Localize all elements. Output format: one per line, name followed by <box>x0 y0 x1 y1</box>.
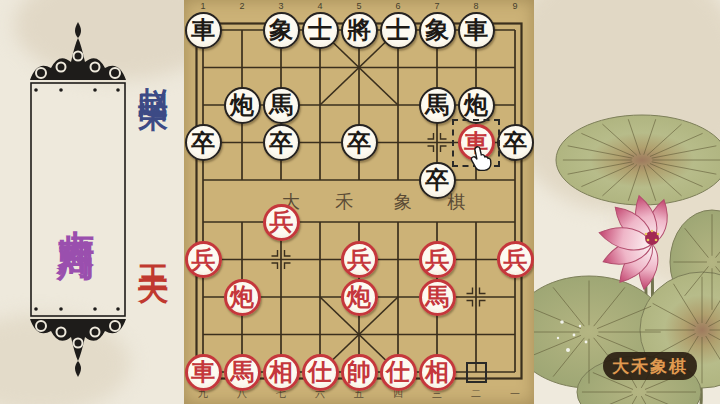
match-title: 大师对局 <box>28 112 122 308</box>
piece-black-general[interactable]: 將 <box>341 12 378 49</box>
pieces-layer: 車象士將士象車炮馬馬炮卒卒卒卒卒車兵兵兵兵兵炮炮馬車馬相仕帥仕相 <box>184 0 534 404</box>
piece-red-advisor[interactable]: 仕 <box>302 354 339 391</box>
piece-red-soldier[interactable]: 兵 <box>185 241 222 278</box>
piece-red-soldier[interactable]: 兵 <box>419 241 456 278</box>
piece-red-soldier[interactable]: 兵 <box>497 241 534 278</box>
piece-black-soldier[interactable]: 卒 <box>185 124 222 161</box>
piece-black-advisor[interactable]: 士 <box>302 12 339 49</box>
piece-black-elephant[interactable]: 象 <box>419 12 456 49</box>
xiangqi-board[interactable]: 123456789 九八七六五四三二一 大禾象棋 車象士將士象車炮馬馬炮卒卒卒卒… <box>184 0 534 404</box>
player-black-name: 赵国荣 <box>133 64 173 82</box>
piece-black-elephant[interactable]: 象 <box>263 12 300 49</box>
piece-black-chariot[interactable]: 車 <box>458 12 495 49</box>
piece-black-soldier[interactable]: 卒 <box>497 124 534 161</box>
piece-black-horse[interactable]: 馬 <box>263 87 300 124</box>
piece-red-horse[interactable]: 馬 <box>224 354 261 391</box>
piece-black-soldier[interactable]: 卒 <box>419 162 456 199</box>
player-red-name: 王天一 <box>133 241 173 277</box>
ornament-bottom-icon <box>30 319 126 377</box>
piece-black-soldier[interactable]: 卒 <box>341 124 378 161</box>
piece-red-cannon[interactable]: 炮 <box>224 279 261 316</box>
brand-badge-text: 大禾象棋 <box>612 355 688 378</box>
piece-black-cannon[interactable]: 炮 <box>224 87 261 124</box>
piece-red-elephant[interactable]: 相 <box>263 354 300 391</box>
piece-red-soldier[interactable]: 兵 <box>263 204 300 241</box>
match-title-text: 大师对局 <box>50 200 101 220</box>
piece-black-horse[interactable]: 馬 <box>419 87 456 124</box>
piece-red-advisor[interactable]: 仕 <box>380 354 417 391</box>
cursor-hand-icon <box>468 146 492 172</box>
piece-black-advisor[interactable]: 士 <box>380 12 417 49</box>
lotus-decoration-panel: 大禾象棋 <box>534 0 720 404</box>
piece-black-soldier[interactable]: 卒 <box>263 124 300 161</box>
piece-red-cannon[interactable]: 炮 <box>341 279 378 316</box>
piece-black-chariot[interactable]: 車 <box>185 12 222 49</box>
lotus-flower <box>597 193 673 291</box>
piece-red-general[interactable]: 帥 <box>341 354 378 391</box>
title-decoration-panel: 大师对局 赵国荣 王天一 <box>0 0 184 404</box>
brand-badge: 大禾象棋 <box>603 352 697 380</box>
piece-red-horse[interactable]: 馬 <box>419 279 456 316</box>
ornament-top-icon <box>30 22 126 80</box>
piece-red-soldier[interactable]: 兵 <box>341 241 378 278</box>
piece-red-chariot[interactable]: 車 <box>185 354 222 391</box>
piece-red-elephant[interactable]: 相 <box>419 354 456 391</box>
lotus-art <box>534 0 720 404</box>
